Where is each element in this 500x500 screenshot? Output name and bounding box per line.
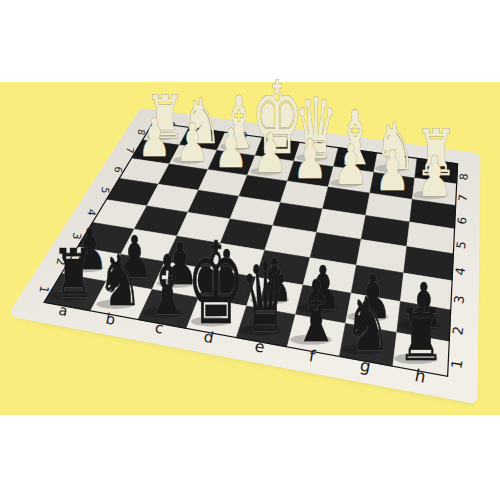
scene: aabbccddeeffgghh8877665544332211 ♜♞♝♚♛♝♞…	[0, 0, 500, 500]
piece-white-pawn-h7: ♟	[417, 144, 452, 209]
piece-white-pawn-b7: ♟	[176, 113, 209, 174]
piece-white-pawn-c7: ♟	[214, 117, 247, 180]
piece-black-knight-g1: ♞	[344, 281, 392, 367]
piece-black-rook-a1: ♜	[52, 234, 96, 312]
piece-white-pawn-d7: ♟	[253, 123, 287, 186]
piece-white-pawn-g7: ♟	[375, 139, 410, 203]
piece-white-pawn-a7: ♟	[138, 107, 171, 168]
piece-white-pawn-e7: ♟	[293, 128, 327, 191]
chessboard-photo: aabbccddeeffgghh8877665544332211 ♜♞♝♚♛♝♞…	[0, 0, 500, 500]
piece-black-bishop-c1: ♝	[145, 237, 189, 333]
piece-black-rook-h1: ♜	[397, 293, 445, 377]
piece-black-bishop-f1: ♝	[293, 262, 339, 361]
piece-white-pawn-f7: ♟	[334, 133, 368, 197]
piece-black-queen-e1: ♛	[240, 242, 290, 353]
piece-black-king-d1: ♚	[186, 217, 245, 349]
piece-black-knight-b1: ♞	[98, 240, 143, 321]
